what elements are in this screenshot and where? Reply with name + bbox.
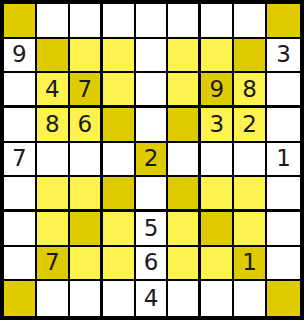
cell-r7c8[interactable] (234, 212, 267, 247)
cell-r3c5[interactable] (136, 73, 169, 108)
cell-r8c2[interactable]: 7 (37, 247, 70, 282)
cell-r7c5[interactable]: 5 (136, 212, 169, 247)
cell-r7c4[interactable] (103, 212, 136, 247)
cell-r5c7[interactable] (201, 143, 234, 178)
cell-r9c9[interactable] (267, 281, 300, 316)
cell-r3c4[interactable] (103, 73, 136, 108)
cell-r6c6[interactable] (168, 177, 201, 212)
cell-r1c4[interactable] (103, 4, 136, 39)
cell-r1c8[interactable] (234, 4, 267, 39)
cell-r2c8[interactable] (234, 39, 267, 74)
cell-r3c8[interactable]: 8 (234, 73, 267, 108)
cell-r2c2[interactable] (37, 39, 70, 74)
cell-r5c5[interactable]: 2 (136, 143, 169, 178)
cell-r9c6[interactable] (168, 281, 201, 316)
cell-r1c3[interactable] (70, 4, 103, 39)
cell-r5c9[interactable]: 1 (267, 143, 300, 178)
cell-r6c2[interactable] (37, 177, 70, 212)
cell-r9c7[interactable] (201, 281, 234, 316)
cell-r8c9[interactable] (267, 247, 300, 282)
cell-r3c2[interactable]: 4 (37, 73, 70, 108)
cell-r9c3[interactable] (70, 281, 103, 316)
cell-r7c1[interactable] (4, 212, 37, 247)
cell-r1c5[interactable] (136, 4, 169, 39)
cell-r6c1[interactable] (4, 177, 37, 212)
cell-r6c5[interactable] (136, 177, 169, 212)
cell-r7c6[interactable] (168, 212, 201, 247)
sudoku-board: 934798863272157614 (0, 0, 304, 320)
cell-r8c1[interactable] (4, 247, 37, 282)
cell-r4c1[interactable] (4, 108, 37, 143)
cell-r6c3[interactable] (70, 177, 103, 212)
cell-r2c4[interactable] (103, 39, 136, 74)
cell-r1c1[interactable] (4, 4, 37, 39)
cell-r7c3[interactable] (70, 212, 103, 247)
cell-r6c7[interactable] (201, 177, 234, 212)
cell-r4c5[interactable] (136, 108, 169, 143)
cell-r4c7[interactable]: 3 (201, 108, 234, 143)
cell-r9c1[interactable] (4, 281, 37, 316)
cell-r6c4[interactable] (103, 177, 136, 212)
cell-r5c1[interactable]: 7 (4, 143, 37, 178)
cell-r3c7[interactable]: 9 (201, 73, 234, 108)
cell-r8c5[interactable]: 6 (136, 247, 169, 282)
cell-r5c2[interactable] (37, 143, 70, 178)
cell-r7c9[interactable] (267, 212, 300, 247)
cell-r8c3[interactable] (70, 247, 103, 282)
cell-r2c1[interactable]: 9 (4, 39, 37, 74)
cell-r5c4[interactable] (103, 143, 136, 178)
cell-r9c4[interactable] (103, 281, 136, 316)
cell-r2c7[interactable] (201, 39, 234, 74)
cell-r2c9[interactable]: 3 (267, 39, 300, 74)
cell-r5c8[interactable] (234, 143, 267, 178)
cell-r5c3[interactable] (70, 143, 103, 178)
cell-r1c7[interactable] (201, 4, 234, 39)
cell-r7c7[interactable] (201, 212, 234, 247)
cell-r8c8[interactable]: 1 (234, 247, 267, 282)
cell-r1c2[interactable] (37, 4, 70, 39)
cell-r9c5[interactable]: 4 (136, 281, 169, 316)
cell-r4c3[interactable]: 6 (70, 108, 103, 143)
cell-r2c5[interactable] (136, 39, 169, 74)
cell-r8c4[interactable] (103, 247, 136, 282)
cell-r5c6[interactable] (168, 143, 201, 178)
cell-r3c3[interactable]: 7 (70, 73, 103, 108)
cell-r4c8[interactable]: 2 (234, 108, 267, 143)
cell-r8c7[interactable] (201, 247, 234, 282)
cell-r1c6[interactable] (168, 4, 201, 39)
cell-r3c1[interactable] (4, 73, 37, 108)
cell-r2c3[interactable] (70, 39, 103, 74)
cell-r3c6[interactable] (168, 73, 201, 108)
cell-r3c9[interactable] (267, 73, 300, 108)
cell-r7c2[interactable] (37, 212, 70, 247)
cell-r4c9[interactable] (267, 108, 300, 143)
cell-r4c6[interactable] (168, 108, 201, 143)
cell-r8c6[interactable] (168, 247, 201, 282)
cell-r6c9[interactable] (267, 177, 300, 212)
cell-r4c2[interactable]: 8 (37, 108, 70, 143)
cell-r6c8[interactable] (234, 177, 267, 212)
cell-r9c8[interactable] (234, 281, 267, 316)
cell-r2c6[interactable] (168, 39, 201, 74)
cell-r4c4[interactable] (103, 108, 136, 143)
cell-r9c2[interactable] (37, 281, 70, 316)
cell-r1c9[interactable] (267, 4, 300, 39)
